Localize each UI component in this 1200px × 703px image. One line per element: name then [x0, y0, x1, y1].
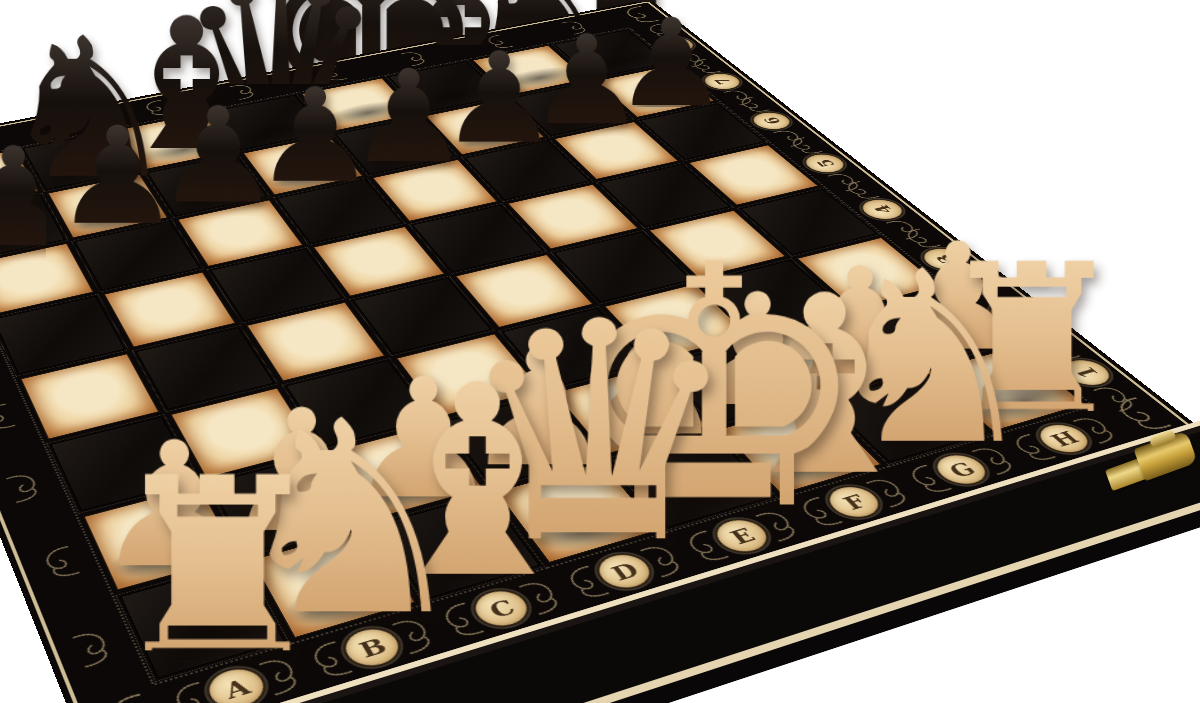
square-a5 [0, 296, 125, 374]
chess-board-grid: 8 7 6 5 4 3 2 1 A B C D E F G H ♜♞♝♛♚♝♞♜… [0, 3, 1186, 703]
scroll-ornament-icon [3, 468, 49, 504]
chess-board: 8 7 6 5 4 3 2 1 A B C D E F G H ♜♞♝♛♚♝♞♜… [0, 3, 1186, 703]
square-c6 [177, 200, 303, 267]
scroll-ornament-icon [35, 543, 84, 583]
scroll-ornament-icon [0, 401, 18, 434]
white-rook-a1: ♜ [102, 444, 333, 650]
black-pawn-a7: ♟ [0, 128, 79, 245]
square-a6 [0, 243, 94, 315]
photo-backdrop: 8 7 6 5 4 3 2 1 A B C D E F G H ♜♞♝♛♚♝♞♜… [0, 0, 1200, 703]
